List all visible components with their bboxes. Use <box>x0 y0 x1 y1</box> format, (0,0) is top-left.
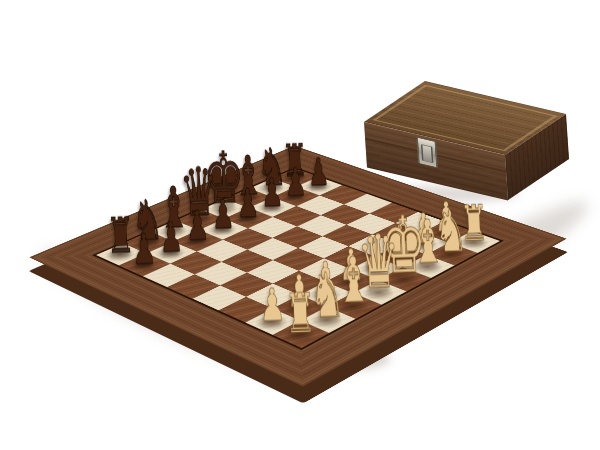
white-rook: ♜ <box>259 285 341 342</box>
chess-board-wrapper: ♜♞♝♛♚♝♞♜♟♟♟♟♟♟♟♟♟♟♟♟♟♟♟♟♜♞♝♛♚♝♞♜ <box>102 52 495 445</box>
chess-set-photo: ♜♞♝♛♚♝♞♜♟♟♟♟♟♟♟♟♟♟♟♟♟♟♟♟♜♞♝♛♚♝♞♜ <box>0 0 600 450</box>
